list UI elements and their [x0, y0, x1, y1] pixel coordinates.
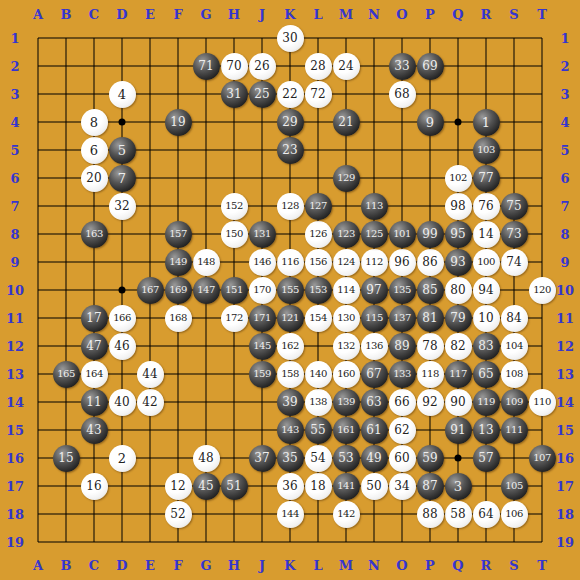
- row-label-right-16: 16: [556, 451, 574, 466]
- move-number: 94: [478, 284, 493, 296]
- stone-N12-move-136: 136: [361, 333, 388, 360]
- stone-J11-move-171: 171: [249, 305, 276, 332]
- stone-H17-move-51: 51: [221, 473, 248, 500]
- move-number: 26: [254, 60, 269, 72]
- move-number: 154: [309, 313, 327, 323]
- star-point-Q16: [455, 455, 462, 462]
- col-label-top-R: R: [481, 7, 492, 22]
- move-number: 87: [422, 480, 437, 492]
- move-number: 55: [310, 424, 325, 436]
- stone-J12-move-145: 145: [249, 333, 276, 360]
- stone-H11-move-172: 172: [221, 305, 248, 332]
- move-number: 115: [365, 313, 383, 323]
- stone-N14-move-63: 63: [361, 389, 388, 416]
- stone-C13-move-164: 164: [81, 361, 108, 388]
- move-number: 10: [478, 312, 493, 324]
- stone-L3-move-72: 72: [305, 81, 332, 108]
- stone-L8-move-126: 126: [305, 221, 332, 248]
- stone-R8-move-14: 14: [473, 221, 500, 248]
- stone-C17-move-16: 16: [81, 473, 108, 500]
- move-number: 91: [450, 424, 465, 436]
- row-label-left-10: 10: [6, 283, 24, 298]
- stone-O11-move-137: 137: [389, 305, 416, 332]
- move-number: 153: [309, 285, 327, 295]
- move-number: 84: [506, 312, 521, 324]
- stone-K13-move-158: 158: [277, 361, 304, 388]
- stone-G16-move-48: 48: [193, 445, 220, 472]
- move-number: 93: [450, 256, 465, 268]
- move-number: 105: [505, 481, 523, 491]
- move-number: 6: [90, 144, 98, 157]
- move-number: 100: [477, 257, 495, 267]
- stone-R11-move-10: 10: [473, 305, 500, 332]
- col-label-top-D: D: [116, 7, 127, 22]
- move-number: 9: [426, 116, 434, 129]
- move-number: 67: [366, 368, 381, 380]
- row-label-right-17: 17: [556, 479, 574, 494]
- move-number: 125: [365, 229, 383, 239]
- col-label-top-N: N: [368, 7, 380, 22]
- move-number: 132: [337, 341, 355, 351]
- move-number: 151: [225, 285, 243, 295]
- stone-B16-move-15: 15: [53, 445, 80, 472]
- stone-M2-move-24: 24: [333, 53, 360, 80]
- stone-D12-move-46: 46: [109, 333, 136, 360]
- move-number: 145: [253, 341, 271, 351]
- move-number: 104: [505, 341, 523, 351]
- move-number: 15: [58, 452, 73, 464]
- stone-N15-move-61: 61: [361, 417, 388, 444]
- move-number: 35: [282, 452, 297, 464]
- stone-Q12-move-82: 82: [445, 333, 472, 360]
- col-label-bottom-K: K: [284, 558, 295, 573]
- stone-L13-move-140: 140: [305, 361, 332, 388]
- row-label-right-10: 10: [556, 283, 574, 298]
- move-number: 65: [478, 368, 493, 380]
- stone-C8-move-163: 163: [81, 221, 108, 248]
- stone-J2-move-26: 26: [249, 53, 276, 80]
- row-label-left-3: 3: [10, 87, 19, 102]
- col-label-bottom-N: N: [368, 558, 380, 573]
- move-number: 17: [86, 312, 101, 324]
- row-label-right-11: 11: [556, 311, 574, 326]
- move-number: 148: [197, 257, 215, 267]
- row-label-right-1: 1: [560, 31, 569, 46]
- row-label-left-8: 8: [10, 227, 19, 242]
- col-label-bottom-O: O: [396, 558, 407, 573]
- stone-L17-move-18: 18: [305, 473, 332, 500]
- move-number: 48: [198, 452, 213, 464]
- move-number: 136: [365, 341, 383, 351]
- stone-Q6-move-102: 102: [445, 165, 472, 192]
- stone-D6-move-7: 7: [109, 165, 136, 192]
- row-label-right-9: 9: [560, 255, 569, 270]
- row-label-right-4: 4: [560, 115, 569, 130]
- stone-P17-move-87: 87: [417, 473, 444, 500]
- col-label-bottom-M: M: [339, 558, 353, 573]
- row-label-right-5: 5: [560, 143, 569, 158]
- move-number: 39: [282, 396, 297, 408]
- row-label-right-14: 14: [556, 395, 574, 410]
- move-number: 166: [113, 313, 131, 323]
- move-number: 137: [393, 313, 411, 323]
- stone-G2-move-71: 71: [193, 53, 220, 80]
- stone-L10-move-153: 153: [305, 277, 332, 304]
- row-label-left-14: 14: [6, 395, 24, 410]
- move-number: 71: [198, 60, 213, 72]
- col-label-bottom-D: D: [116, 558, 127, 573]
- go-board[interactable]: AABBCCDDEEFFGGHHJJKKLLMMNNOOPPQQRRSSTT11…: [0, 0, 580, 580]
- row-label-left-4: 4: [10, 115, 19, 130]
- move-number: 160: [337, 369, 355, 379]
- col-label-bottom-E: E: [145, 558, 155, 573]
- move-number: 8: [90, 116, 98, 129]
- stone-R18-move-64: 64: [473, 501, 500, 528]
- move-number: 133: [393, 369, 411, 379]
- stone-M9-move-124: 124: [333, 249, 360, 276]
- stone-M14-move-139: 139: [333, 389, 360, 416]
- stone-S7-move-75: 75: [501, 193, 528, 220]
- stone-P11-move-81: 81: [417, 305, 444, 332]
- move-number: 3: [454, 480, 462, 493]
- stone-C6-move-20: 20: [81, 165, 108, 192]
- star-point-D10: [119, 287, 126, 294]
- move-number: 74: [506, 256, 521, 268]
- stone-O10-move-135: 135: [389, 277, 416, 304]
- col-label-top-J: J: [259, 7, 265, 22]
- col-label-bottom-C: C: [89, 558, 99, 573]
- move-number: 77: [478, 172, 493, 184]
- col-label-top-M: M: [339, 7, 353, 22]
- stone-N11-move-115: 115: [361, 305, 388, 332]
- stone-S14-move-109: 109: [501, 389, 528, 416]
- move-number: 33: [394, 60, 409, 72]
- move-number: 2: [118, 452, 126, 465]
- stone-G17-move-45: 45: [193, 473, 220, 500]
- move-number: 116: [281, 257, 299, 267]
- stone-L2-move-28: 28: [305, 53, 332, 80]
- move-number: 86: [422, 256, 437, 268]
- move-number: 130: [337, 313, 355, 323]
- stone-E14-move-42: 42: [137, 389, 164, 416]
- stone-K9-move-116: 116: [277, 249, 304, 276]
- stone-D11-move-166: 166: [109, 305, 136, 332]
- stone-C11-move-17: 17: [81, 305, 108, 332]
- col-label-bottom-Q: Q: [452, 558, 463, 573]
- move-number: 51: [226, 480, 241, 492]
- move-number: 72: [310, 88, 325, 100]
- move-number: 155: [281, 285, 299, 295]
- stone-R4-move-1: 1: [473, 109, 500, 136]
- row-label-right-13: 13: [556, 367, 574, 382]
- move-number: 127: [309, 201, 327, 211]
- stone-P9-move-86: 86: [417, 249, 444, 276]
- stone-K15-move-143: 143: [277, 417, 304, 444]
- move-number: 59: [422, 452, 437, 464]
- col-label-top-E: E: [145, 7, 155, 22]
- move-number: 68: [394, 88, 409, 100]
- move-number: 12: [170, 480, 185, 492]
- move-number: 163: [85, 229, 103, 239]
- move-number: 110: [533, 397, 551, 407]
- move-number: 170: [253, 285, 271, 295]
- stone-R14-move-119: 119: [473, 389, 500, 416]
- stone-S15-move-111: 111: [501, 417, 528, 444]
- row-label-left-17: 17: [6, 479, 24, 494]
- move-number: 146: [253, 257, 271, 267]
- stone-J8-move-131: 131: [249, 221, 276, 248]
- col-label-top-C: C: [89, 7, 99, 22]
- stone-R12-move-83: 83: [473, 333, 500, 360]
- move-number: 46: [114, 340, 129, 352]
- col-label-bottom-T: T: [537, 558, 547, 573]
- move-number: 159: [253, 369, 271, 379]
- move-number: 73: [506, 228, 521, 240]
- row-label-left-6: 6: [10, 171, 19, 186]
- stone-S9-move-74: 74: [501, 249, 528, 276]
- move-number: 66: [394, 396, 409, 408]
- stone-O17-move-34: 34: [389, 473, 416, 500]
- row-label-left-19: 19: [6, 535, 24, 550]
- move-number: 34: [394, 480, 409, 492]
- stone-O14-move-66: 66: [389, 389, 416, 416]
- row-label-right-12: 12: [556, 339, 574, 354]
- stone-K4-move-29: 29: [277, 109, 304, 136]
- stone-L15-move-55: 55: [305, 417, 332, 444]
- stone-O12-move-89: 89: [389, 333, 416, 360]
- col-label-top-Q: Q: [452, 7, 463, 22]
- move-number: 62: [394, 424, 409, 436]
- col-label-bottom-G: G: [200, 558, 211, 573]
- move-number: 150: [225, 229, 243, 239]
- move-number: 124: [337, 257, 355, 267]
- move-number: 139: [337, 397, 355, 407]
- stone-N8-move-125: 125: [361, 221, 388, 248]
- move-number: 167: [141, 285, 159, 295]
- stone-O3-move-68: 68: [389, 81, 416, 108]
- stone-T14-move-110: 110: [529, 389, 556, 416]
- stone-S8-move-73: 73: [501, 221, 528, 248]
- move-number: 98: [450, 200, 465, 212]
- move-number: 111: [505, 425, 523, 435]
- move-number: 76: [478, 200, 493, 212]
- row-label-left-13: 13: [6, 367, 24, 382]
- stone-H10-move-151: 151: [221, 277, 248, 304]
- stone-M11-move-130: 130: [333, 305, 360, 332]
- col-label-bottom-H: H: [228, 558, 240, 573]
- move-number: 23: [282, 144, 297, 156]
- stone-C5-move-6: 6: [81, 137, 108, 164]
- col-label-bottom-R: R: [481, 558, 492, 573]
- stone-M12-move-132: 132: [333, 333, 360, 360]
- move-number: 144: [281, 509, 299, 519]
- move-number: 22: [282, 88, 297, 100]
- move-number: 30: [282, 32, 297, 44]
- move-number: 156: [309, 257, 327, 267]
- stone-M18-move-142: 142: [333, 501, 360, 528]
- stone-R7-move-76: 76: [473, 193, 500, 220]
- row-label-left-9: 9: [10, 255, 19, 270]
- move-number: 24: [338, 60, 353, 72]
- stone-J10-move-170: 170: [249, 277, 276, 304]
- col-label-top-K: K: [284, 7, 295, 22]
- stone-P13-move-118: 118: [417, 361, 444, 388]
- stone-Q18-move-58: 58: [445, 501, 472, 528]
- stone-S18-move-106: 106: [501, 501, 528, 528]
- move-number: 103: [477, 145, 495, 155]
- stone-F10-move-169: 169: [165, 277, 192, 304]
- move-number: 60: [394, 452, 409, 464]
- col-label-top-S: S: [509, 7, 518, 22]
- stone-F18-move-52: 52: [165, 501, 192, 528]
- move-number: 69: [422, 60, 437, 72]
- stone-K14-move-39: 39: [277, 389, 304, 416]
- col-label-top-L: L: [313, 7, 322, 22]
- move-number: 50: [366, 480, 381, 492]
- stone-M4-move-21: 21: [333, 109, 360, 136]
- col-label-top-G: G: [200, 7, 211, 22]
- move-number: 119: [477, 397, 495, 407]
- stone-Q9-move-93: 93: [445, 249, 472, 276]
- move-number: 140: [309, 369, 327, 379]
- stone-P10-move-85: 85: [417, 277, 444, 304]
- stone-D3-move-4: 4: [109, 81, 136, 108]
- stone-K11-move-121: 121: [277, 305, 304, 332]
- move-number: 101: [393, 229, 411, 239]
- move-number: 5: [118, 144, 126, 157]
- move-number: 85: [422, 284, 437, 296]
- move-number: 120: [533, 285, 551, 295]
- stone-N9-move-112: 112: [361, 249, 388, 276]
- move-number: 138: [309, 397, 327, 407]
- move-number: 92: [422, 396, 437, 408]
- stone-J3-move-25: 25: [249, 81, 276, 108]
- stone-L11-move-154: 154: [305, 305, 332, 332]
- move-number: 20: [86, 172, 101, 184]
- stone-H2-move-70: 70: [221, 53, 248, 80]
- move-number: 157: [169, 229, 187, 239]
- stone-O2-move-33: 33: [389, 53, 416, 80]
- col-label-bottom-J: J: [259, 558, 265, 573]
- stone-S11-move-84: 84: [501, 305, 528, 332]
- move-number: 40: [114, 396, 129, 408]
- move-number: 43: [86, 424, 101, 436]
- move-number: 113: [365, 201, 383, 211]
- move-number: 112: [365, 257, 383, 267]
- stone-J9-move-146: 146: [249, 249, 276, 276]
- move-number: 147: [197, 285, 215, 295]
- move-number: 58: [450, 508, 465, 520]
- move-number: 162: [281, 341, 299, 351]
- stone-M16-move-53: 53: [333, 445, 360, 472]
- move-number: 141: [337, 481, 355, 491]
- stone-D5-move-5: 5: [109, 137, 136, 164]
- move-number: 52: [170, 508, 185, 520]
- row-label-right-15: 15: [556, 423, 574, 438]
- move-number: 168: [169, 313, 187, 323]
- move-number: 54: [310, 452, 325, 464]
- move-number: 82: [450, 340, 465, 352]
- stone-M17-move-141: 141: [333, 473, 360, 500]
- stone-P8-move-99: 99: [417, 221, 444, 248]
- move-number: 45: [198, 480, 213, 492]
- move-number: 47: [86, 340, 101, 352]
- move-number: 63: [366, 396, 381, 408]
- stone-P4-move-9: 9: [417, 109, 444, 136]
- stone-Q11-move-79: 79: [445, 305, 472, 332]
- stone-O16-move-60: 60: [389, 445, 416, 472]
- move-number: 42: [142, 396, 157, 408]
- move-number: 49: [366, 452, 381, 464]
- row-label-right-2: 2: [560, 59, 569, 74]
- stone-S13-move-108: 108: [501, 361, 528, 388]
- move-number: 149: [169, 257, 187, 267]
- stone-L9-move-156: 156: [305, 249, 332, 276]
- move-number: 7: [118, 172, 126, 185]
- move-number: 95: [450, 228, 465, 240]
- stone-Q7-move-98: 98: [445, 193, 472, 220]
- stone-G10-move-147: 147: [193, 277, 220, 304]
- move-number: 21: [338, 116, 353, 128]
- move-number: 129: [337, 173, 355, 183]
- move-number: 164: [85, 369, 103, 379]
- move-number: 25: [254, 88, 269, 100]
- stone-R16-move-57: 57: [473, 445, 500, 472]
- stone-K18-move-144: 144: [277, 501, 304, 528]
- stone-J16-move-37: 37: [249, 445, 276, 472]
- stone-P12-move-78: 78: [417, 333, 444, 360]
- stone-O9-move-96: 96: [389, 249, 416, 276]
- move-number: 70: [226, 60, 241, 72]
- move-number: 102: [449, 173, 467, 183]
- move-number: 88: [422, 508, 437, 520]
- move-number: 79: [450, 312, 465, 324]
- col-label-top-B: B: [61, 7, 72, 22]
- star-point-D4: [119, 119, 126, 126]
- move-number: 14: [478, 228, 493, 240]
- move-number: 99: [422, 228, 437, 240]
- move-number: 142: [337, 509, 355, 519]
- row-label-left-1: 1: [10, 31, 19, 46]
- stone-H7-move-152: 152: [221, 193, 248, 220]
- row-label-right-19: 19: [556, 535, 574, 550]
- move-number: 128: [281, 201, 299, 211]
- row-label-left-16: 16: [6, 451, 24, 466]
- move-number: 143: [281, 425, 299, 435]
- stone-M15-move-161: 161: [333, 417, 360, 444]
- stone-K7-move-128: 128: [277, 193, 304, 220]
- col-label-bottom-P: P: [425, 558, 435, 573]
- move-number: 172: [225, 313, 243, 323]
- stone-N13-move-67: 67: [361, 361, 388, 388]
- move-number: 4: [118, 88, 126, 101]
- stone-K12-move-162: 162: [277, 333, 304, 360]
- stone-R10-move-94: 94: [473, 277, 500, 304]
- stone-T10-move-120: 120: [529, 277, 556, 304]
- move-number: 18: [310, 480, 325, 492]
- move-number: 11: [86, 396, 101, 408]
- move-number: 89: [394, 340, 409, 352]
- move-number: 118: [421, 369, 439, 379]
- stone-F11-move-168: 168: [165, 305, 192, 332]
- stone-M6-move-129: 129: [333, 165, 360, 192]
- move-number: 31: [226, 88, 241, 100]
- row-label-right-6: 6: [560, 171, 569, 186]
- move-number: 158: [281, 369, 299, 379]
- stone-S17-move-105: 105: [501, 473, 528, 500]
- move-number: 97: [366, 284, 381, 296]
- move-number: 57: [478, 452, 493, 464]
